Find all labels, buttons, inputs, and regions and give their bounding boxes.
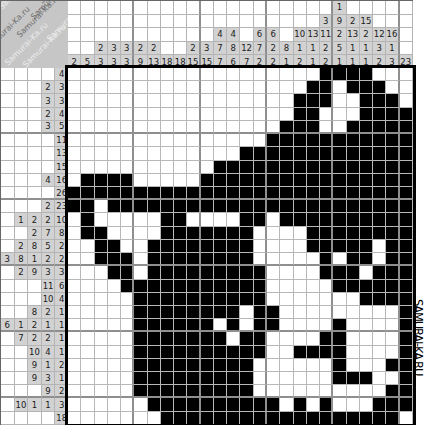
board-cell[interactable] (187, 213, 200, 226)
board-cell[interactable] (240, 200, 253, 213)
board-cell[interactable] (134, 372, 147, 385)
board-cell[interactable] (121, 81, 134, 94)
board-cell[interactable] (386, 266, 399, 279)
board-cell[interactable] (320, 108, 333, 121)
board-cell[interactable] (360, 200, 373, 213)
board-cell[interactable] (347, 213, 360, 226)
board-cell[interactable] (187, 147, 200, 160)
board-cell[interactable] (386, 174, 399, 187)
board-cell[interactable] (201, 385, 214, 398)
board-cell[interactable] (108, 121, 121, 134)
board-cell[interactable] (294, 332, 307, 345)
board-cell[interactable] (254, 385, 267, 398)
board-cell[interactable] (148, 280, 161, 293)
board-cell[interactable] (95, 359, 108, 372)
board-cell[interactable] (280, 121, 293, 134)
board-cell[interactable] (333, 94, 346, 107)
board-cell[interactable] (333, 68, 346, 81)
board-cell[interactable] (294, 187, 307, 200)
board-cell[interactable] (68, 280, 81, 293)
board-cell[interactable] (121, 253, 134, 266)
board-cell[interactable] (201, 147, 214, 160)
board-cell[interactable] (267, 134, 280, 147)
board-cell[interactable] (320, 385, 333, 398)
board-cell[interactable] (307, 227, 320, 240)
board-cell[interactable] (400, 134, 413, 147)
board-cell[interactable] (214, 253, 227, 266)
board-cell[interactable] (121, 187, 134, 200)
board-cell[interactable] (254, 319, 267, 332)
board-cell[interactable] (201, 94, 214, 107)
board-cell[interactable] (68, 161, 81, 174)
board-cell[interactable] (148, 134, 161, 147)
board-cell[interactable] (81, 174, 94, 187)
board-cell[interactable] (280, 306, 293, 319)
board-cell[interactable] (161, 174, 174, 187)
board-cell[interactable] (134, 359, 147, 372)
board-cell[interactable] (95, 108, 108, 121)
board-cell[interactable] (81, 147, 94, 160)
board-cell[interactable] (81, 108, 94, 121)
board-cell[interactable] (108, 134, 121, 147)
board-cell[interactable] (134, 280, 147, 293)
board-cell[interactable] (201, 398, 214, 411)
board-cell[interactable] (386, 306, 399, 319)
board-cell[interactable] (373, 134, 386, 147)
board-cell[interactable] (347, 412, 360, 425)
board-cell[interactable] (134, 94, 147, 107)
board-cell[interactable] (108, 293, 121, 306)
board-cell[interactable] (95, 187, 108, 200)
board-cell[interactable] (161, 240, 174, 253)
board-cell[interactable] (333, 81, 346, 94)
board-cell[interactable] (81, 68, 94, 81)
board-cell[interactable] (174, 240, 187, 253)
board-cell[interactable] (254, 134, 267, 147)
board-cell[interactable] (148, 359, 161, 372)
board-cell[interactable] (280, 280, 293, 293)
board-cell[interactable] (307, 240, 320, 253)
board-cell[interactable] (214, 398, 227, 411)
board-cell[interactable] (360, 385, 373, 398)
board-cell[interactable] (201, 200, 214, 213)
board-cell[interactable] (373, 280, 386, 293)
board-cell[interactable] (81, 359, 94, 372)
board-cell[interactable] (360, 147, 373, 160)
board-cell[interactable] (134, 240, 147, 253)
board-cell[interactable] (214, 147, 227, 160)
board-cell[interactable] (294, 213, 307, 226)
board-cell[interactable] (95, 266, 108, 279)
board-cell[interactable] (280, 161, 293, 174)
board-cell[interactable] (227, 68, 240, 81)
board-cell[interactable] (174, 359, 187, 372)
board-cell[interactable] (333, 306, 346, 319)
board-cell[interactable] (254, 240, 267, 253)
board-cell[interactable] (201, 187, 214, 200)
board-cell[interactable] (121, 227, 134, 240)
board-cell[interactable] (161, 412, 174, 425)
board-cell[interactable] (95, 332, 108, 345)
board-cell[interactable] (81, 187, 94, 200)
board-cell[interactable] (240, 81, 253, 94)
board-cell[interactable] (134, 187, 147, 200)
board-cell[interactable] (373, 359, 386, 372)
board-cell[interactable] (81, 213, 94, 226)
board-cell[interactable] (95, 346, 108, 359)
board-cell[interactable] (134, 134, 147, 147)
board-cell[interactable] (307, 412, 320, 425)
board-cell[interactable] (161, 68, 174, 81)
board-cell[interactable] (227, 227, 240, 240)
board-cell[interactable] (360, 332, 373, 345)
board-cell[interactable] (347, 108, 360, 121)
board-cell[interactable] (373, 332, 386, 345)
board-cell[interactable] (294, 227, 307, 240)
board-cell[interactable] (240, 94, 253, 107)
board-cell[interactable] (95, 412, 108, 425)
board-cell[interactable] (254, 200, 267, 213)
board-cell[interactable] (333, 346, 346, 359)
board-cell[interactable] (267, 121, 280, 134)
board-cell[interactable] (294, 81, 307, 94)
board-cell[interactable] (373, 68, 386, 81)
board-cell[interactable] (320, 227, 333, 240)
board-cell[interactable] (307, 398, 320, 411)
board-cell[interactable] (174, 174, 187, 187)
board-cell[interactable] (174, 412, 187, 425)
board-cell[interactable] (161, 161, 174, 174)
board-cell[interactable] (161, 266, 174, 279)
board-cell[interactable] (320, 266, 333, 279)
board-cell[interactable] (307, 306, 320, 319)
board-cell[interactable] (121, 332, 134, 345)
board-cell[interactable] (267, 412, 280, 425)
board-cell[interactable] (148, 253, 161, 266)
board-cell[interactable] (214, 213, 227, 226)
board-cell[interactable] (347, 293, 360, 306)
board-cell[interactable] (227, 161, 240, 174)
board-cell[interactable] (294, 253, 307, 266)
board-cell[interactable] (386, 293, 399, 306)
board-cell[interactable] (134, 161, 147, 174)
board-cell[interactable] (320, 200, 333, 213)
board-cell[interactable] (373, 266, 386, 279)
board-cell[interactable] (134, 266, 147, 279)
board-cell[interactable] (68, 121, 81, 134)
board-cell[interactable] (214, 412, 227, 425)
board-cell[interactable] (134, 398, 147, 411)
board-cell[interactable] (227, 332, 240, 345)
board-cell[interactable] (227, 134, 240, 147)
board-cell[interactable] (320, 81, 333, 94)
board-cell[interactable] (187, 385, 200, 398)
board-cell[interactable] (373, 213, 386, 226)
board-cell[interactable] (360, 161, 373, 174)
board-cell[interactable] (307, 372, 320, 385)
board-cell[interactable] (240, 134, 253, 147)
board-cell[interactable] (307, 280, 320, 293)
board-cell[interactable] (280, 253, 293, 266)
board-cell[interactable] (280, 412, 293, 425)
board-cell[interactable] (81, 385, 94, 398)
board-cell[interactable] (121, 398, 134, 411)
board-cell[interactable] (373, 412, 386, 425)
board-cell[interactable] (81, 398, 94, 411)
board-cell[interactable] (320, 293, 333, 306)
board-cell[interactable] (214, 240, 227, 253)
board-cell[interactable] (267, 385, 280, 398)
board-cell[interactable] (360, 398, 373, 411)
board-cell[interactable] (134, 227, 147, 240)
board-cell[interactable] (214, 187, 227, 200)
board-cell[interactable] (360, 187, 373, 200)
board-cell[interactable] (227, 94, 240, 107)
board-cell[interactable] (161, 213, 174, 226)
board-cell[interactable] (68, 134, 81, 147)
board-cell[interactable] (307, 319, 320, 332)
board-cell[interactable] (134, 293, 147, 306)
board-cell[interactable] (386, 81, 399, 94)
board-cell[interactable] (134, 385, 147, 398)
board-cell[interactable] (333, 121, 346, 134)
board-cell[interactable] (174, 81, 187, 94)
board-cell[interactable] (227, 108, 240, 121)
board-cell[interactable] (134, 81, 147, 94)
board-cell[interactable] (254, 253, 267, 266)
board-cell[interactable] (161, 200, 174, 213)
board-cell[interactable] (108, 398, 121, 411)
board-cell[interactable] (294, 266, 307, 279)
board-cell[interactable] (267, 266, 280, 279)
board-cell[interactable] (400, 280, 413, 293)
board-cell[interactable] (161, 134, 174, 147)
board-cell[interactable] (174, 108, 187, 121)
board-cell[interactable] (148, 174, 161, 187)
board-cell[interactable] (108, 147, 121, 160)
board-cell[interactable] (227, 81, 240, 94)
board-cell[interactable] (360, 108, 373, 121)
board-cell[interactable] (68, 187, 81, 200)
board-cell[interactable] (108, 319, 121, 332)
board-cell[interactable] (333, 332, 346, 345)
board-cell[interactable] (227, 359, 240, 372)
board-cell[interactable] (187, 306, 200, 319)
board-cell[interactable] (294, 385, 307, 398)
board-cell[interactable] (267, 187, 280, 200)
board-cell[interactable] (174, 200, 187, 213)
board-cell[interactable] (240, 280, 253, 293)
board-cell[interactable] (68, 266, 81, 279)
board-cell[interactable] (174, 213, 187, 226)
board-cell[interactable] (161, 306, 174, 319)
board-cell[interactable] (347, 68, 360, 81)
board-cell[interactable] (187, 398, 200, 411)
board-cell[interactable] (347, 253, 360, 266)
board-cell[interactable] (294, 161, 307, 174)
board-cell[interactable] (187, 293, 200, 306)
board-cell[interactable] (347, 306, 360, 319)
board-cell[interactable] (360, 372, 373, 385)
board-cell[interactable] (254, 187, 267, 200)
board-cell[interactable] (320, 412, 333, 425)
board-cell[interactable] (386, 227, 399, 240)
board-cell[interactable] (187, 187, 200, 200)
board-cell[interactable] (148, 372, 161, 385)
board-cell[interactable] (108, 174, 121, 187)
board-cell[interactable] (161, 359, 174, 372)
board-cell[interactable] (347, 81, 360, 94)
board-cell[interactable] (307, 187, 320, 200)
board-cell[interactable] (347, 227, 360, 240)
board-cell[interactable] (254, 280, 267, 293)
board-cell[interactable] (254, 372, 267, 385)
board-cell[interactable] (95, 81, 108, 94)
board-cell[interactable] (227, 121, 240, 134)
board-cell[interactable] (240, 240, 253, 253)
board-cell[interactable] (400, 187, 413, 200)
board-cell[interactable] (227, 200, 240, 213)
board-cell[interactable] (373, 108, 386, 121)
board-cell[interactable] (320, 240, 333, 253)
board-cell[interactable] (240, 398, 253, 411)
board-cell[interactable] (320, 174, 333, 187)
board-cell[interactable] (373, 398, 386, 411)
board-cell[interactable] (373, 227, 386, 240)
board-cell[interactable] (108, 240, 121, 253)
board-cell[interactable] (240, 68, 253, 81)
board-cell[interactable] (254, 332, 267, 345)
board-cell[interactable] (267, 332, 280, 345)
board-cell[interactable] (148, 121, 161, 134)
board-cell[interactable] (68, 253, 81, 266)
board-cell[interactable] (201, 174, 214, 187)
board-cell[interactable] (68, 94, 81, 107)
board-cell[interactable] (121, 121, 134, 134)
board-cell[interactable] (307, 174, 320, 187)
board-cell[interactable] (108, 68, 121, 81)
board-cell[interactable] (267, 319, 280, 332)
board-cell[interactable] (68, 108, 81, 121)
board-cell[interactable] (373, 253, 386, 266)
board-cell[interactable] (400, 94, 413, 107)
board-cell[interactable] (201, 253, 214, 266)
board-cell[interactable] (294, 134, 307, 147)
board-cell[interactable] (187, 332, 200, 345)
board-cell[interactable] (400, 240, 413, 253)
board-cell[interactable] (81, 227, 94, 240)
board-cell[interactable] (320, 121, 333, 134)
board-cell[interactable] (134, 306, 147, 319)
board-cell[interactable] (161, 385, 174, 398)
board-cell[interactable] (174, 121, 187, 134)
board-cell[interactable] (214, 306, 227, 319)
board-cell[interactable] (174, 306, 187, 319)
board-cell[interactable] (227, 372, 240, 385)
board-cell[interactable] (187, 108, 200, 121)
board-cell[interactable] (320, 306, 333, 319)
board-cell[interactable] (214, 161, 227, 174)
board-cell[interactable] (373, 293, 386, 306)
board-cell[interactable] (148, 68, 161, 81)
board-cell[interactable] (307, 134, 320, 147)
board-cell[interactable] (95, 147, 108, 160)
board-cell[interactable] (68, 385, 81, 398)
board-cell[interactable] (121, 280, 134, 293)
board-cell[interactable] (201, 213, 214, 226)
board-cell[interactable] (333, 200, 346, 213)
board-cell[interactable] (267, 147, 280, 160)
board-cell[interactable] (95, 306, 108, 319)
board-cell[interactable] (267, 227, 280, 240)
board-cell[interactable] (267, 200, 280, 213)
board-cell[interactable] (187, 280, 200, 293)
board-cell[interactable] (214, 319, 227, 332)
board-cell[interactable] (280, 174, 293, 187)
board-cell[interactable] (373, 200, 386, 213)
board-cell[interactable] (320, 161, 333, 174)
board-cell[interactable] (360, 68, 373, 81)
board-cell[interactable] (81, 94, 94, 107)
board-cell[interactable] (373, 319, 386, 332)
board-cell[interactable] (95, 121, 108, 134)
board-cell[interactable] (81, 121, 94, 134)
board-cell[interactable] (148, 94, 161, 107)
board-cell[interactable] (267, 372, 280, 385)
board-cell[interactable] (294, 319, 307, 332)
board-cell[interactable] (320, 213, 333, 226)
board-cell[interactable] (267, 94, 280, 107)
board-cell[interactable] (174, 398, 187, 411)
board-cell[interactable] (294, 412, 307, 425)
board-cell[interactable] (373, 147, 386, 160)
board-cell[interactable] (134, 319, 147, 332)
board-cell[interactable] (333, 213, 346, 226)
board-cell[interactable] (161, 108, 174, 121)
board-cell[interactable] (386, 121, 399, 134)
board-cell[interactable] (174, 332, 187, 345)
board-cell[interactable] (386, 398, 399, 411)
board-cell[interactable] (68, 213, 81, 226)
board-cell[interactable] (320, 253, 333, 266)
board-cell[interactable] (187, 81, 200, 94)
board-cell[interactable] (294, 147, 307, 160)
board-cell[interactable] (333, 147, 346, 160)
board-cell[interactable] (161, 293, 174, 306)
board-cell[interactable] (294, 359, 307, 372)
board-cell[interactable] (95, 134, 108, 147)
board-cell[interactable] (227, 346, 240, 359)
board-cell[interactable] (347, 187, 360, 200)
board-cell[interactable] (148, 346, 161, 359)
board-cell[interactable] (360, 213, 373, 226)
board-cell[interactable] (201, 68, 214, 81)
board-cell[interactable] (148, 293, 161, 306)
board-cell[interactable] (187, 412, 200, 425)
board-cell[interactable] (201, 240, 214, 253)
board-cell[interactable] (95, 293, 108, 306)
board-cell[interactable] (333, 293, 346, 306)
board-cell[interactable] (294, 280, 307, 293)
board-cell[interactable] (307, 293, 320, 306)
board-cell[interactable] (161, 372, 174, 385)
board-cell[interactable] (280, 227, 293, 240)
board-cell[interactable] (161, 187, 174, 200)
board-cell[interactable] (108, 187, 121, 200)
board-cell[interactable] (108, 200, 121, 213)
board-cell[interactable] (95, 200, 108, 213)
board-cell[interactable] (347, 372, 360, 385)
